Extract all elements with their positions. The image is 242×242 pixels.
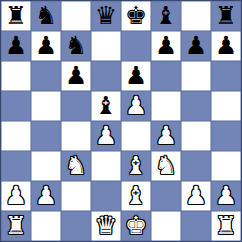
square-h7[interactable]: ♟ [211, 31, 241, 61]
square-f1[interactable] [151, 211, 181, 241]
square-h8[interactable]: ♜ [211, 1, 241, 31]
piece-white-knight[interactable]: ♞ [155, 153, 177, 178]
piece-white-pawn[interactable]: ♟ [35, 183, 57, 208]
square-f7[interactable]: ♟ [151, 31, 181, 61]
piece-black-bishop[interactable]: ♝ [155, 3, 177, 28]
piece-white-rook[interactable]: ♜ [215, 213, 237, 238]
square-d2[interactable] [91, 181, 121, 211]
square-b5[interactable] [31, 91, 61, 121]
square-c3[interactable]: ♞ [61, 151, 91, 181]
square-e1[interactable]: ♚ [121, 211, 151, 241]
square-d5[interactable]: ♝ [91, 91, 121, 121]
square-h6[interactable] [211, 61, 241, 91]
square-d1[interactable]: ♛ [91, 211, 121, 241]
square-c2[interactable] [61, 181, 91, 211]
piece-black-rook[interactable]: ♜ [5, 3, 27, 28]
square-b8[interactable]: ♞ [31, 1, 61, 31]
piece-white-king[interactable]: ♚ [125, 213, 147, 238]
square-e7[interactable] [121, 31, 151, 61]
square-h4[interactable] [211, 121, 241, 151]
square-f5[interactable] [151, 91, 181, 121]
square-b4[interactable] [31, 121, 61, 151]
square-b2[interactable]: ♟ [31, 181, 61, 211]
square-g3[interactable] [181, 151, 211, 181]
piece-black-queen[interactable]: ♛ [95, 3, 117, 28]
square-h2[interactable]: ♟ [211, 181, 241, 211]
square-a1[interactable]: ♜ [1, 211, 31, 241]
square-e6[interactable]: ♟ [121, 61, 151, 91]
square-a4[interactable] [1, 121, 31, 151]
piece-black-rook[interactable]: ♜ [215, 3, 237, 28]
square-a5[interactable] [1, 91, 31, 121]
square-e4[interactable] [121, 121, 151, 151]
square-a8[interactable]: ♜ [1, 1, 31, 31]
piece-white-pawn[interactable]: ♟ [155, 123, 177, 148]
square-f8[interactable]: ♝ [151, 1, 181, 31]
square-h5[interactable] [211, 91, 241, 121]
piece-black-pawn[interactable]: ♟ [185, 33, 207, 58]
piece-white-bishop[interactable]: ♝ [125, 153, 147, 178]
square-e5[interactable]: ♟ [121, 91, 151, 121]
square-g8[interactable] [181, 1, 211, 31]
square-h1[interactable]: ♜ [211, 211, 241, 241]
square-c8[interactable] [61, 1, 91, 31]
piece-white-pawn[interactable]: ♟ [215, 183, 237, 208]
square-g1[interactable] [181, 211, 211, 241]
square-a2[interactable]: ♟ [1, 181, 31, 211]
square-c5[interactable] [61, 91, 91, 121]
piece-black-pawn[interactable]: ♟ [125, 63, 147, 88]
square-h3[interactable] [211, 151, 241, 181]
square-g6[interactable] [181, 61, 211, 91]
square-b1[interactable] [31, 211, 61, 241]
square-d3[interactable] [91, 151, 121, 181]
square-e3[interactable]: ♝ [121, 151, 151, 181]
piece-white-pawn[interactable]: ♟ [95, 123, 117, 148]
square-a6[interactable] [1, 61, 31, 91]
piece-black-pawn[interactable]: ♟ [5, 33, 27, 58]
square-e2[interactable]: ♝ [121, 181, 151, 211]
piece-white-knight[interactable]: ♞ [65, 153, 87, 178]
piece-black-pawn[interactable]: ♟ [215, 33, 237, 58]
piece-black-knight[interactable]: ♞ [65, 33, 87, 58]
square-b3[interactable] [31, 151, 61, 181]
square-a7[interactable]: ♟ [1, 31, 31, 61]
square-g2[interactable]: ♟ [181, 181, 211, 211]
piece-black-pawn[interactable]: ♟ [155, 33, 177, 58]
piece-white-bishop[interactable]: ♝ [125, 183, 147, 208]
square-d7[interactable] [91, 31, 121, 61]
square-d4[interactable]: ♟ [91, 121, 121, 151]
piece-black-pawn[interactable]: ♟ [35, 33, 57, 58]
piece-black-bishop[interactable]: ♝ [95, 93, 117, 118]
chess-board: ♜♞♛♚♝♜♟♟♞♟♟♟♟♟♝♟♟♟♞♝♞♟♟♝♟♟♜♛♚♜ [0, 0, 242, 242]
square-b7[interactable]: ♟ [31, 31, 61, 61]
square-e8[interactable]: ♚ [121, 1, 151, 31]
square-c4[interactable] [61, 121, 91, 151]
piece-black-knight[interactable]: ♞ [35, 3, 57, 28]
square-f3[interactable]: ♞ [151, 151, 181, 181]
square-d8[interactable]: ♛ [91, 1, 121, 31]
square-f6[interactable] [151, 61, 181, 91]
square-d6[interactable] [91, 61, 121, 91]
square-f4[interactable]: ♟ [151, 121, 181, 151]
square-f2[interactable] [151, 181, 181, 211]
square-g7[interactable]: ♟ [181, 31, 211, 61]
square-c1[interactable] [61, 211, 91, 241]
piece-white-pawn[interactable]: ♟ [125, 93, 147, 118]
piece-white-rook[interactable]: ♜ [5, 213, 27, 238]
piece-white-pawn[interactable]: ♟ [185, 183, 207, 208]
piece-white-pawn[interactable]: ♟ [5, 183, 27, 208]
square-b6[interactable] [31, 61, 61, 91]
square-c6[interactable]: ♟ [61, 61, 91, 91]
square-c7[interactable]: ♞ [61, 31, 91, 61]
square-g4[interactable] [181, 121, 211, 151]
piece-black-pawn[interactable]: ♟ [65, 63, 87, 88]
square-a3[interactable] [1, 151, 31, 181]
piece-white-queen[interactable]: ♛ [95, 213, 117, 238]
square-g5[interactable] [181, 91, 211, 121]
piece-black-king[interactable]: ♚ [125, 3, 147, 28]
